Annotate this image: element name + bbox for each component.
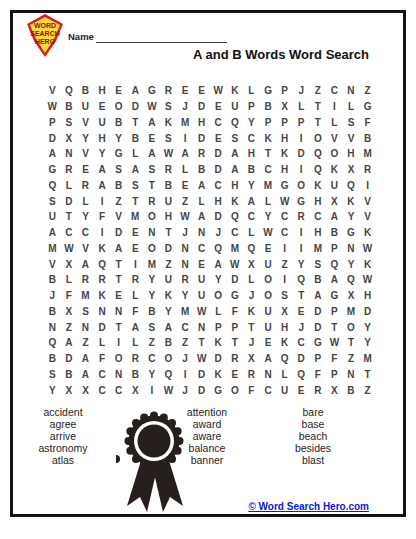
grid-cell: T [227, 335, 244, 351]
word-search-hero-logo: WORD SEARCH HERO [25, 14, 65, 58]
word-list-item: aware [193, 430, 222, 442]
grid-cell: B [144, 304, 161, 320]
logo-text-hero: HERO [35, 38, 56, 45]
grid-cell: P [326, 241, 343, 257]
grid-cell: I [359, 178, 376, 194]
grid-cell: G [260, 83, 277, 99]
grid-cell: L [177, 162, 194, 178]
grid-cell: P [276, 115, 293, 131]
grid-cell: Y [144, 272, 161, 288]
grid-cell: Z [61, 319, 78, 335]
grid-cell: V [77, 146, 94, 162]
grid-cell: S [61, 115, 78, 131]
grid-cell: E [260, 335, 277, 351]
grid-cell: P [326, 367, 343, 383]
grid-cell: Z [77, 335, 94, 351]
grid-cell: B [260, 99, 277, 115]
grid-cell: E [127, 241, 144, 257]
grid-cell: Q [227, 209, 244, 225]
grid-cell: Q [61, 83, 78, 99]
grid-cell: D [160, 241, 177, 257]
grid-cell: L [94, 335, 111, 351]
grid-cell: J [177, 351, 194, 367]
grid-cell: D [210, 209, 227, 225]
grid-cell: I [293, 130, 310, 146]
grid-cell: R [77, 272, 94, 288]
grid-cell: R [359, 162, 376, 178]
grid-cell: H [359, 288, 376, 304]
grid-cell: C [326, 83, 343, 99]
grid-cell: H [276, 130, 293, 146]
grid-cell: D [44, 130, 61, 146]
grid-cell: I [293, 225, 310, 241]
word-list-item: agree [50, 418, 77, 430]
grid-cell: W [160, 382, 177, 398]
grid-cell: B [193, 162, 210, 178]
grid-cell: E [177, 178, 194, 194]
grid-cell: E [293, 382, 310, 398]
grid-cell: A [44, 146, 61, 162]
grid-cell: P [243, 99, 260, 115]
grid-cell: E [110, 83, 127, 99]
grid-cell: C [110, 382, 127, 398]
grid-cell: W [276, 193, 293, 209]
grid-cell: Y [210, 272, 227, 288]
grid-cell: A [94, 178, 111, 194]
word-list-item: astronomy [38, 442, 87, 454]
grid-cell: A [110, 241, 127, 257]
grid-cell: A [160, 319, 177, 335]
grid-cell: M [144, 256, 161, 272]
grid-cell: E [210, 130, 227, 146]
grid-cell: Z [160, 256, 177, 272]
grid-cell: N [61, 146, 78, 162]
grid-cell: B [44, 304, 61, 320]
grid-cell: Q [293, 367, 310, 383]
grid-cell: W [326, 335, 343, 351]
grid-cell: R [94, 272, 111, 288]
grid-cell: G [326, 288, 343, 304]
grid-cell: Y [160, 304, 177, 320]
grid-cell: Q [210, 241, 227, 257]
grid-cell: R [160, 162, 177, 178]
grid-cell: S [160, 99, 177, 115]
grid-cell: S [144, 162, 161, 178]
grid-cell: N [110, 367, 127, 383]
grid-cell: F [243, 382, 260, 398]
grid-cell: X [61, 256, 78, 272]
grid-cell: Q [160, 367, 177, 383]
grid-cell: Z [359, 382, 376, 398]
grid-cell: Y [359, 335, 376, 351]
grid-cell: B [160, 178, 177, 194]
grid-cell: Q [243, 241, 260, 257]
grid-cell: J [293, 319, 310, 335]
grid-cell: B [61, 367, 78, 383]
grid-cell: U [94, 115, 111, 131]
grid-cell: E [144, 130, 161, 146]
grid-cell: V [110, 209, 127, 225]
grid-cell: U [227, 99, 244, 115]
grid-cell: W [359, 241, 376, 257]
grid-cell: V [77, 241, 94, 257]
grid-cell: A [193, 178, 210, 194]
grid-cell: C [61, 225, 78, 241]
grid-cell: B [160, 335, 177, 351]
grid-cell: W [177, 209, 194, 225]
grid-cell: D [359, 304, 376, 320]
grid-cell: I [110, 335, 127, 351]
grid-cell: P [276, 83, 293, 99]
grid-cell: I [177, 130, 194, 146]
grid-cell: I [326, 99, 343, 115]
grid-cell: L [293, 99, 310, 115]
grid-cell: Q [227, 115, 244, 131]
grid-cell: C [310, 209, 327, 225]
grid-cell: T [144, 178, 161, 194]
grid-cell: L [243, 272, 260, 288]
grid-cell: M [359, 146, 376, 162]
grid-cell: X [343, 288, 360, 304]
grid-cell: W [260, 225, 277, 241]
grid-cell: D [310, 319, 327, 335]
grid-cell: C [260, 382, 277, 398]
grid-cell: T [260, 146, 277, 162]
grid-cell: D [193, 367, 210, 383]
grid-cell: X [243, 256, 260, 272]
grid-cell: S [343, 115, 360, 131]
grid-cell: G [276, 178, 293, 194]
grid-cell: F [127, 304, 144, 320]
grid-cell: J [210, 225, 227, 241]
grid-cell: R [160, 83, 177, 99]
grid-cell: G [359, 99, 376, 115]
grid-cell: Y [77, 209, 94, 225]
grid-cell: E [227, 367, 244, 383]
grid-cell: O [260, 272, 277, 288]
grid-cell: D [127, 99, 144, 115]
grid-cell: Q [293, 272, 310, 288]
grid-cell: M [177, 115, 194, 131]
grid-cell: W [193, 304, 210, 320]
grid-cell: A [127, 319, 144, 335]
grid-cell: C [243, 209, 260, 225]
grid-cell: H [193, 115, 210, 131]
grid-cell: K [94, 241, 111, 257]
grid-cell: C [210, 115, 227, 131]
grid-cell: E [94, 99, 111, 115]
grid-cell: T [359, 367, 376, 383]
grid-cell: Y [177, 288, 194, 304]
grid-cell: T [193, 335, 210, 351]
grid-cell: G [144, 83, 161, 99]
grid-cell: V [77, 115, 94, 131]
grid-cell: D [210, 146, 227, 162]
grid-cell: L [127, 146, 144, 162]
grid-cell: M [310, 241, 327, 257]
grid-cell: X [343, 162, 360, 178]
grid-cell: M [44, 241, 61, 257]
grid-cell: A [94, 162, 111, 178]
word-list-item: award [193, 418, 222, 430]
grid-cell: E [193, 256, 210, 272]
word-list-item: bare [302, 406, 323, 418]
word-list-item: besides [295, 442, 331, 454]
grid-cell: T [310, 115, 327, 131]
grid-cell: A [326, 209, 343, 225]
word-list-item: atlas [52, 454, 74, 466]
grid-cell: D [293, 146, 310, 162]
grid-cell: G [44, 162, 61, 178]
grid-cell: U [326, 178, 343, 194]
grid-cell: Q [326, 256, 343, 272]
grid-cell: Y [359, 319, 376, 335]
grid-cell: A [144, 146, 161, 162]
grid-cell: T [343, 335, 360, 351]
grid-cell: T [310, 99, 327, 115]
grid-cell: O [160, 351, 177, 367]
grid-cell: V [44, 83, 61, 99]
grid-cell: G [343, 225, 360, 241]
grid-cell: T [127, 193, 144, 209]
grid-cell: U [193, 288, 210, 304]
grid-cell: N [177, 241, 194, 257]
grid-cell: Q [44, 178, 61, 194]
grid-cell: D [193, 382, 210, 398]
grid-cell: L [260, 193, 277, 209]
grid-cell: D [61, 193, 78, 209]
grid-cell: N [177, 256, 194, 272]
grid-cell: Y [260, 209, 277, 225]
grid-cell: R [127, 351, 144, 367]
grid-cell: Y [243, 115, 260, 131]
grid-cell: S [144, 319, 161, 335]
grid-cell: D [227, 272, 244, 288]
word-search-grid: VQBHEAGREEWKLGPJZCNZWBUEODWSJDEUPBXLTILG… [44, 83, 376, 398]
grid-cell: P [326, 304, 343, 320]
grid-cell: T [61, 209, 78, 225]
grid-cell: A [77, 351, 94, 367]
grid-cell: B [326, 225, 343, 241]
grid-cell: C [77, 225, 94, 241]
grid-cell: O [110, 99, 127, 115]
grid-cell: U [77, 99, 94, 115]
grid-cell: W [44, 99, 61, 115]
grid-cell: S [44, 193, 61, 209]
grid-cell: B [61, 99, 78, 115]
grid-cell: C [276, 225, 293, 241]
grid-cell: H [310, 225, 327, 241]
grid-cell: L [61, 272, 78, 288]
grid-cell: Y [243, 178, 260, 194]
grid-cell: A [144, 115, 161, 131]
grid-cell: Q [94, 256, 111, 272]
word-list-item: arrive [50, 430, 76, 442]
grid-cell: D [193, 130, 210, 146]
grid-cell: H [343, 146, 360, 162]
grid-cell: X [276, 99, 293, 115]
grid-cell: R [144, 193, 161, 209]
grid-cell: B [359, 130, 376, 146]
grid-cell: X [61, 382, 78, 398]
grid-cell: L [276, 367, 293, 383]
grid-cell: T [110, 256, 127, 272]
grid-cell: M [343, 304, 360, 320]
grid-cell: H [276, 162, 293, 178]
grid-cell: M [227, 241, 244, 257]
grid-cell: I [276, 272, 293, 288]
grid-cell: C [193, 241, 210, 257]
grid-cell: R [61, 162, 78, 178]
grid-cell: I [94, 193, 111, 209]
grid-cell: O [144, 241, 161, 257]
grid-cell: C [94, 367, 111, 383]
grid-cell: X [276, 304, 293, 320]
grid-cell: H [94, 83, 111, 99]
grid-cell: K [276, 335, 293, 351]
grid-cell: Y [343, 256, 360, 272]
grid-cell: C [210, 178, 227, 194]
grid-cell: W [359, 272, 376, 288]
grid-cell: F [310, 367, 327, 383]
grid-cell: Z [310, 83, 327, 99]
grid-cell: W [193, 351, 210, 367]
grid-cell: U [193, 272, 210, 288]
grid-cell: J [243, 288, 260, 304]
grid-cell: S [127, 178, 144, 194]
grid-cell: D [210, 351, 227, 367]
grid-cell: B [343, 382, 360, 398]
word-list-item: base [302, 418, 325, 430]
grid-cell: Q [310, 162, 327, 178]
footer-link[interactable]: © Word Search Hero.com [248, 501, 369, 512]
grid-cell: C [243, 130, 260, 146]
grid-cell: A [210, 256, 227, 272]
grid-cell: I [276, 241, 293, 257]
grid-cell: Y [293, 256, 310, 272]
grid-cell: C [177, 319, 194, 335]
grid-cell: G [227, 288, 244, 304]
grid-cell: R [177, 272, 194, 288]
grid-cell: E [210, 99, 227, 115]
grid-cell: I [94, 225, 111, 241]
grid-cell: F [94, 351, 111, 367]
grid-cell: N [343, 367, 360, 383]
grid-cell: L [127, 335, 144, 351]
grid-cell: X [127, 382, 144, 398]
grid-cell: A [127, 162, 144, 178]
grid-cell: T [110, 272, 127, 288]
grid-cell: K [160, 288, 177, 304]
grid-cell: O [343, 319, 360, 335]
grid-cell: D [293, 351, 310, 367]
grid-cell: G [293, 193, 310, 209]
grid-cell: N [343, 83, 360, 99]
grid-cell: X [61, 304, 78, 320]
grid-cell: U [276, 382, 293, 398]
word-list-item: banner [191, 454, 224, 466]
grid-cell: B [110, 115, 127, 131]
grid-cell: K [210, 367, 227, 383]
grid-cell: P [260, 115, 277, 131]
grid-cell: K [276, 146, 293, 162]
grid-cell: Z [177, 335, 194, 351]
grid-cell: Y [44, 382, 61, 398]
grid-cell: N [77, 319, 94, 335]
grid-cell: A [44, 225, 61, 241]
grid-cell: U [44, 209, 61, 225]
grid-cell: S [160, 130, 177, 146]
grid-cell: B [77, 83, 94, 99]
grid-cell: T [243, 319, 260, 335]
grid-cell: F [227, 304, 244, 320]
grid-cell: R [243, 367, 260, 383]
grid-cell: Q [343, 272, 360, 288]
word-list-item: blast [302, 454, 324, 466]
grid-cell: K [343, 193, 360, 209]
grid-cell: N [260, 367, 277, 383]
grid-cell: C [276, 209, 293, 225]
grid-cell: A [127, 83, 144, 99]
grid-cell: K [210, 335, 227, 351]
grid-cell: W [210, 83, 227, 99]
grid-cell: A [61, 335, 78, 351]
grid-cell: M [77, 288, 94, 304]
grid-cell: D [193, 99, 210, 115]
grid-cell: V [359, 209, 376, 225]
grid-cell: O [293, 178, 310, 194]
grid-cell: L [210, 304, 227, 320]
grid-cell: H [276, 319, 293, 335]
word-list-item: beach [299, 430, 328, 442]
grid-cell: H [210, 193, 227, 209]
grid-cell: A [177, 146, 194, 162]
grid-cell: B [127, 130, 144, 146]
grid-cell: O [260, 288, 277, 304]
grid-cell: A [310, 288, 327, 304]
logo-text-word: WORD [34, 22, 56, 29]
grid-cell: V [359, 193, 376, 209]
grid-cell: P [227, 319, 244, 335]
grid-cell: H [160, 209, 177, 225]
grid-cell: G [110, 146, 127, 162]
grid-cell: P [293, 115, 310, 131]
grid-cell: L [343, 99, 360, 115]
grid-cell: Q [343, 178, 360, 194]
grid-cell: C [227, 225, 244, 241]
grid-cell: E [110, 288, 127, 304]
grid-cell: S [110, 162, 127, 178]
grid-cell: A [77, 367, 94, 383]
grid-cell: T [293, 288, 310, 304]
grid-cell: K [243, 304, 260, 320]
grid-cell: W [61, 241, 78, 257]
grid-cell: R [127, 272, 144, 288]
grid-cell: U [160, 193, 177, 209]
grid-cell: O [310, 130, 327, 146]
grid-cell: F [61, 288, 78, 304]
grid-cell: F [326, 351, 343, 367]
grid-cell: I [293, 162, 310, 178]
grid-cell: U [160, 272, 177, 288]
grid-cell: U [260, 256, 277, 272]
grid-cell: Q [44, 335, 61, 351]
grid-cell: R [193, 146, 210, 162]
grid-cell: S [77, 304, 94, 320]
grid-cell: L [61, 178, 78, 194]
grid-cell: B [44, 272, 61, 288]
grid-cell: M [359, 351, 376, 367]
